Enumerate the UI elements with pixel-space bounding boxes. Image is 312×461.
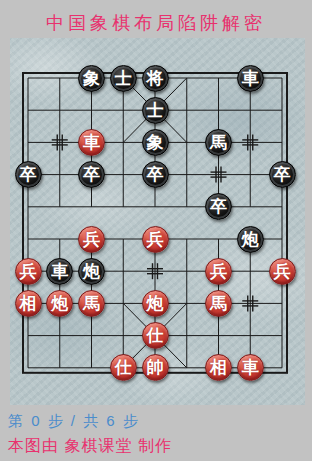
piece-red-兵: 兵 xyxy=(142,226,169,253)
piece-red-相: 相 xyxy=(15,290,42,317)
piece-black-士: 士 xyxy=(110,65,137,92)
piece-red-炮: 炮 xyxy=(46,290,73,317)
board-grid xyxy=(10,38,305,405)
piece-red-馬: 馬 xyxy=(205,290,232,317)
piece-red-仕: 仕 xyxy=(110,354,137,381)
piece-black-象: 象 xyxy=(78,65,105,92)
piece-black-卒: 卒 xyxy=(15,161,42,188)
piece-red-馬: 馬 xyxy=(78,290,105,317)
step-indicator: 第 0 步 / 共 6 步 xyxy=(8,412,140,431)
piece-black-炮: 炮 xyxy=(78,258,105,285)
piece-black-車: 車 xyxy=(237,65,264,92)
piece-red-兵: 兵 xyxy=(15,258,42,285)
credit-line: 本图由 象棋课堂 制作 xyxy=(8,436,172,457)
piece-black-象: 象 xyxy=(142,129,169,156)
piece-red-帥: 帥 xyxy=(142,354,169,381)
piece-black-卒: 卒 xyxy=(142,161,169,188)
piece-red-兵: 兵 xyxy=(205,258,232,285)
piece-red-車: 車 xyxy=(237,354,264,381)
piece-red-兵: 兵 xyxy=(78,226,105,253)
piece-red-仕: 仕 xyxy=(142,322,169,349)
piece-black-卒: 卒 xyxy=(78,161,105,188)
piece-red-車: 車 xyxy=(78,129,105,156)
page-title: 中国象棋布局陷阱解密 xyxy=(0,11,312,35)
piece-black-士: 士 xyxy=(142,97,169,124)
xiangqi-board: 象士将車士車象馬卒卒卒卒卒兵兵炮兵車炮兵兵相炮馬炮馬仕仕帥相車 xyxy=(10,38,305,405)
piece-black-卒: 卒 xyxy=(269,161,296,188)
piece-black-炮: 炮 xyxy=(237,226,264,253)
piece-red-兵: 兵 xyxy=(269,258,296,285)
piece-black-車: 車 xyxy=(46,258,73,285)
piece-black-馬: 馬 xyxy=(205,129,232,156)
piece-black-将: 将 xyxy=(142,65,169,92)
piece-red-炮: 炮 xyxy=(142,290,169,317)
